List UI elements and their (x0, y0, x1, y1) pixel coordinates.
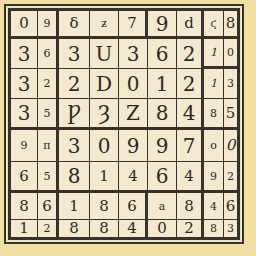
cell-r4c2[interactable]: 5 (38, 99, 58, 129)
cell-r7c1[interactable]: 8 (11, 193, 37, 219)
cell-r3c4[interactable]: D (90, 69, 118, 98)
cell-r4c8[interactable]: 8 (204, 99, 223, 129)
cell-r4c3[interactable]: Ƿ (59, 99, 89, 129)
cell-r5c2[interactable]: п (38, 130, 58, 161)
cell-r7c8[interactable]: 4 (204, 193, 223, 219)
cell-r3c6[interactable]: 1 (148, 69, 176, 98)
cell-r7c2[interactable]: 6 (38, 193, 58, 219)
cell-r1c4[interactable]: ƶ (90, 11, 118, 38)
cell-r8c8[interactable]: 8 (204, 220, 223, 237)
cell-r5c4[interactable]: 0 (90, 130, 118, 161)
cell-r6c9[interactable]: 2 (224, 162, 237, 192)
cell-r4c4[interactable]: Ȝ (90, 99, 118, 129)
cell-r8c2[interactable]: 2 (38, 220, 58, 237)
cell-r3c8[interactable]: 1 (204, 69, 223, 98)
cell-r7c4[interactable]: 8 (90, 193, 118, 219)
cell-r5c3[interactable]: 3 (59, 130, 89, 161)
cell-r6c4[interactable]: 1 (90, 162, 118, 192)
cell-r8c9[interactable]: 3 (224, 220, 237, 237)
cell-r6c8[interactable]: 9 (204, 162, 223, 192)
cell-r6c3[interactable]: 8 (59, 162, 89, 192)
cell-r2c5[interactable]: 3 (119, 39, 147, 68)
cell-r1c8[interactable]: ϛ (204, 11, 223, 38)
cell-r6c6[interactable]: 6 (148, 162, 176, 192)
cell-r3c7[interactable]: 2 (177, 69, 203, 98)
puzzle-board-frame: 09δƶ79dϛ8363U36210322D0121335ǷȜZ84859п30… (4, 4, 244, 244)
cell-r8c7[interactable]: 2 (177, 220, 203, 237)
cell-r2c2[interactable]: 6 (38, 39, 58, 68)
cell-r5c5[interactable]: 9 (119, 130, 147, 161)
cell-r2c6[interactable]: 6 (148, 39, 176, 68)
cell-r3c1[interactable]: 3 (11, 69, 37, 98)
cell-r3c5[interactable]: 0 (119, 69, 147, 98)
cell-r6c5[interactable]: 4 (119, 162, 147, 192)
cell-r2c4[interactable]: U (90, 39, 118, 68)
cell-r5c1[interactable]: 9 (11, 130, 37, 161)
cell-r2c9[interactable]: 0 (224, 39, 237, 68)
cell-r6c2[interactable]: 5 (38, 162, 58, 192)
cell-r4c1[interactable]: 3 (11, 99, 37, 129)
cell-r2c8[interactable]: 1 (204, 39, 223, 68)
cell-r3c3[interactable]: 2 (59, 69, 89, 98)
cell-r7c6[interactable]: a (148, 193, 176, 219)
puzzle-grid: 09δƶ79dϛ8363U36210322D0121335ǷȜZ84859п30… (8, 8, 240, 240)
cell-r1c1[interactable]: 0 (11, 11, 37, 38)
cell-r1c7[interactable]: d (177, 11, 203, 38)
cell-r8c6[interactable]: 0 (148, 220, 176, 237)
cell-r8c4[interactable]: 8 (90, 220, 118, 237)
cell-r8c3[interactable]: 8 (59, 220, 89, 237)
cell-r8c1[interactable]: 1 (11, 220, 37, 237)
cell-r1c6[interactable]: 9 (148, 11, 176, 38)
cell-r6c1[interactable]: 6 (11, 162, 37, 192)
cell-r1c2[interactable]: 9 (38, 11, 58, 38)
cell-r4c6[interactable]: 8 (148, 99, 176, 129)
cell-r7c3[interactable]: 1 (59, 193, 89, 219)
cell-r5c8[interactable]: o (204, 130, 223, 161)
cell-r8c5[interactable]: 4 (119, 220, 147, 237)
cell-r2c3[interactable]: 3 (59, 39, 89, 68)
cell-r2c7[interactable]: 2 (177, 39, 203, 68)
cell-r5c7[interactable]: 7 (177, 130, 203, 161)
cell-r5c6[interactable]: 9 (148, 130, 176, 161)
cell-r5c9[interactable]: 0 (224, 130, 237, 161)
cell-r7c9[interactable]: 6 (224, 193, 237, 219)
cell-r7c5[interactable]: 6 (119, 193, 147, 219)
cell-r3c2[interactable]: 2 (38, 69, 58, 98)
cell-r4c9[interactable]: 5 (224, 99, 237, 129)
cell-r1c5[interactable]: 7 (119, 11, 147, 38)
cell-r2c1[interactable]: 3 (11, 39, 37, 68)
cell-r3c9[interactable]: 3 (224, 69, 237, 98)
cell-r1c9[interactable]: 8 (224, 11, 237, 38)
cell-r1c3[interactable]: δ (59, 11, 89, 38)
cell-r4c7[interactable]: 4 (177, 99, 203, 129)
cell-r4c5[interactable]: Z (119, 99, 147, 129)
cell-r7c7[interactable]: 8 (177, 193, 203, 219)
cell-r6c7[interactable]: 4 (177, 162, 203, 192)
